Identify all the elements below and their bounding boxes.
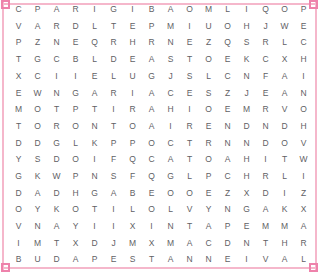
grid-cell-r1c8[interactable]: B [142, 1, 161, 18]
grid-cell-r14c5[interactable]: I [85, 218, 104, 235]
grid-cell-r12c4[interactable]: H [66, 185, 85, 202]
grid-cell-r13c10[interactable]: V [180, 201, 199, 218]
grid-cell-r3c16[interactable]: C [294, 34, 313, 51]
grid-cell-r10c5[interactable]: I [85, 151, 104, 168]
grid-cell-r11c9[interactable]: G [161, 168, 180, 185]
grid-cell-r13c9[interactable]: L [161, 201, 180, 218]
grid-cell-r11c1[interactable]: G [9, 168, 28, 185]
grid-cell-r6c8[interactable]: A [142, 84, 161, 101]
grid-cell-r7c13[interactable]: M [237, 101, 256, 118]
grid-cell-r12c11[interactable]: E [199, 185, 218, 202]
grid-cell-r5c4[interactable]: I [66, 68, 85, 85]
grid-cell-r13c15[interactable]: K [275, 201, 294, 218]
grid-cell-r1c15[interactable]: O [275, 1, 294, 18]
grid-cell-r2c8[interactable]: P [142, 18, 161, 35]
grid-cell-r16c3[interactable]: D [47, 251, 66, 268]
grid-cell-r14c14[interactable]: M [256, 218, 275, 235]
grid-cell-r7c15[interactable]: V [275, 101, 294, 118]
grid-cell-r8c16[interactable]: H [294, 118, 313, 135]
grid-cell-r13c6[interactable]: I [104, 201, 123, 218]
grid-cell-r16c4[interactable]: A [66, 251, 85, 268]
grid-cell-r9c9[interactable]: C [161, 135, 180, 152]
grid-cell-r15c16[interactable]: R [294, 235, 313, 252]
grid-cell-r6c4[interactable]: G [66, 84, 85, 101]
grid-cell-r15c1[interactable]: I [9, 235, 28, 252]
word-search-puzzle: CPARIGIBAOMLIQOPVARDLTEPMIUOHJWEPZNEQRHR… [0, 0, 320, 273]
grid-cell-r8c2[interactable]: O [28, 118, 47, 135]
grid-cell-r16c15[interactable]: A [275, 251, 294, 268]
grid-cell-r3c1[interactable]: P [9, 34, 28, 51]
grid-cell-r1c5[interactable]: I [85, 1, 104, 18]
grid-cell-r16c14[interactable]: V [256, 251, 275, 268]
grid-cell-r12c9[interactable]: O [161, 185, 180, 202]
grid-cell-r15c14[interactable]: T [256, 235, 275, 252]
grid-cell-r8c10[interactable]: R [180, 118, 199, 135]
grid-cell-r4c4[interactable]: B [66, 51, 85, 68]
grid-cell-r12c12[interactable]: Z [218, 185, 237, 202]
grid-cell-r8c4[interactable]: O [66, 118, 85, 135]
grid-cell-r12c3[interactable]: D [47, 185, 66, 202]
grid-cell-r9c2[interactable]: D [28, 135, 47, 152]
grid-cell-r8c6[interactable]: T [104, 118, 123, 135]
grid-cell-r16c11[interactable]: N [199, 251, 218, 268]
grid-cell-r11c8[interactable]: Q [142, 168, 161, 185]
grid-cell-r6c14[interactable]: E [256, 84, 275, 101]
grid-cell-r7c11[interactable]: O [199, 101, 218, 118]
grid-cell-r15c9[interactable]: M [161, 235, 180, 252]
grid-cell-r15c4[interactable]: X [66, 235, 85, 252]
grid-cell-r3c15[interactable]: L [275, 34, 294, 51]
grid-cell-r10c11[interactable]: O [199, 151, 218, 168]
grid-cell-r15c6[interactable]: J [104, 235, 123, 252]
frame-line-left [2, 2, 4, 270]
grid-cell-r12c16[interactable]: Z [294, 185, 313, 202]
grid-cell-r1c2[interactable]: P [28, 1, 47, 18]
grid-cell-r12c1[interactable]: D [9, 185, 28, 202]
grid-cell-r2c16[interactable]: E [294, 18, 313, 35]
grid-cell-r12c6[interactable]: A [104, 185, 123, 202]
grid-cell-r3c11[interactable]: Z [199, 34, 218, 51]
grid-cell-r9c14[interactable]: D [256, 135, 275, 152]
grid-cell-r15c12[interactable]: D [218, 235, 237, 252]
grid-cell-r4c10[interactable]: T [180, 51, 199, 68]
grid-cell-r12c8[interactable]: E [142, 185, 161, 202]
grid-cell-r4c3[interactable]: C [47, 51, 66, 68]
grid-cell-r1c13[interactable]: I [237, 1, 256, 18]
grid-cell-r10c15[interactable]: T [275, 151, 294, 168]
grid-cell-r3c6[interactable]: R [104, 34, 123, 51]
grid-cell-r11c2[interactable]: K [28, 168, 47, 185]
grid-cell-r10c6[interactable]: F [104, 151, 123, 168]
grid-cell-r12c10[interactable]: O [180, 185, 199, 202]
grid-cell-r14c6[interactable]: I [104, 218, 123, 235]
grid-cell-r14c8[interactable]: I [142, 218, 161, 235]
grid-cell-r8c7[interactable]: O [123, 118, 142, 135]
grid-cell-r3c7[interactable]: H [123, 34, 142, 51]
grid-cell-r1c1[interactable]: C [9, 1, 28, 18]
grid-cell-r4c9[interactable]: S [161, 51, 180, 68]
grid-cell-r6c15[interactable]: A [275, 84, 294, 101]
grid-cell-r15c7[interactable]: M [123, 235, 142, 252]
grid-cell-r3c10[interactable]: E [180, 34, 199, 51]
grid-cell-r14c16[interactable]: A [294, 218, 313, 235]
grid-cell-r4c13[interactable]: K [237, 51, 256, 68]
grid-cell-r2c9[interactable]: M [161, 18, 180, 35]
grid-cell-r10c14[interactable]: I [256, 151, 275, 168]
grid-cell-r2c6[interactable]: T [104, 18, 123, 35]
grid-cell-r3c2[interactable]: Z [28, 34, 47, 51]
grid-cell-r13c12[interactable]: N [218, 201, 237, 218]
grid-cell-r16c1[interactable]: B [9, 251, 28, 268]
grid-cell-r10c16[interactable]: W [294, 151, 313, 168]
grid-cell-r13c5[interactable]: T [85, 201, 104, 218]
grid-cell-r15c2[interactable]: M [28, 235, 47, 252]
grid-cell-r14c1[interactable]: V [9, 218, 28, 235]
grid-cell-r6c10[interactable]: E [180, 84, 199, 101]
grid-cell-r7c14[interactable]: R [256, 101, 275, 118]
grid-cell-r16c5[interactable]: P [85, 251, 104, 268]
grid-cell-r14c3[interactable]: A [47, 218, 66, 235]
grid-cell-r11c12[interactable]: C [218, 168, 237, 185]
grid-cell-r15c10[interactable]: A [180, 235, 199, 252]
grid-cell-r5c13[interactable]: N [237, 68, 256, 85]
grid-cell-r2c2[interactable]: A [28, 18, 47, 35]
grid-cell-r3c3[interactable]: N [47, 34, 66, 51]
grid-cell-r15c3[interactable]: T [47, 235, 66, 252]
grid-cell-r6c6[interactable]: R [104, 84, 123, 101]
grid-cell-r11c15[interactable]: L [275, 168, 294, 185]
grid-cell-r12c15[interactable]: I [275, 185, 294, 202]
grid-cell-r10c13[interactable]: H [237, 151, 256, 168]
grid-cell-r10c10[interactable]: T [180, 151, 199, 168]
grid-cell-r7c1[interactable]: M [9, 101, 28, 118]
grid-cell-r2c15[interactable]: W [275, 18, 294, 35]
grid-cell-r16c7[interactable]: S [123, 251, 142, 268]
grid-cell-r4c6[interactable]: D [104, 51, 123, 68]
grid-cell-r10c1[interactable]: Y [9, 151, 28, 168]
grid-cell-r16c12[interactable]: E [218, 251, 237, 268]
grid-cell-r10c2[interactable]: S [28, 151, 47, 168]
grid-cell-r3c12[interactable]: Q [218, 34, 237, 51]
grid-cell-r9c3[interactable]: G [47, 135, 66, 152]
frame-line-right [315, 2, 317, 270]
grid-cell-r5c2[interactable]: C [28, 68, 47, 85]
grid-cell-r2c5[interactable]: L [85, 18, 104, 35]
grid-cell-r13c7[interactable]: L [123, 201, 142, 218]
grid-cell-r6c16[interactable]: N [294, 84, 313, 101]
grid-cell-r10c7[interactable]: Q [123, 151, 142, 168]
grid-cell-r15c8[interactable]: X [142, 235, 161, 252]
grid-cell-r13c1[interactable]: O [9, 201, 28, 218]
grid-cell-r2c7[interactable]: E [123, 18, 142, 35]
grid-cell-r11c3[interactable]: W [47, 168, 66, 185]
grid-cell-r6c9[interactable]: C [161, 84, 180, 101]
grid-cell-r5c6[interactable]: L [104, 68, 123, 85]
grid-cell-r1c10[interactable]: O [180, 1, 199, 18]
grid-cell-r1c4[interactable]: R [66, 1, 85, 18]
grid-cell-r9c11[interactable]: R [199, 135, 218, 152]
grid-cell-r14c11[interactable]: A [199, 218, 218, 235]
grid-cell-r7c5[interactable]: T [85, 101, 104, 118]
grid-cell-r4c12[interactable]: E [218, 51, 237, 68]
grid-cell-r7c3[interactable]: T [47, 101, 66, 118]
grid-cell-r2c11[interactable]: U [199, 18, 218, 35]
grid-cell-r7c2[interactable]: O [28, 101, 47, 118]
grid-cell-r4c16[interactable]: H [294, 51, 313, 68]
grid-cell-r15c15[interactable]: H [275, 235, 294, 252]
grid-cell-r10c9[interactable]: A [161, 151, 180, 168]
grid-cell-r4c8[interactable]: A [142, 51, 161, 68]
grid-cell-r3c14[interactable]: R [256, 34, 275, 51]
grid-cell-r8c3[interactable]: R [47, 118, 66, 135]
grid-cell-r1c11[interactable]: M [199, 1, 218, 18]
grid-cell-r4c15[interactable]: X [275, 51, 294, 68]
grid-cell-r2c13[interactable]: H [237, 18, 256, 35]
grid-cell-r9c12[interactable]: N [218, 135, 237, 152]
grid-cell-r1c9[interactable]: A [161, 1, 180, 18]
grid-cell-r6c12[interactable]: Z [218, 84, 237, 101]
grid-cell-r5c7[interactable]: U [123, 68, 142, 85]
grid-cell-r9c4[interactable]: L [66, 135, 85, 152]
grid-cell-r2c10[interactable]: I [180, 18, 199, 35]
grid-cell-r16c2[interactable]: U [28, 251, 47, 268]
grid-cell-r14c7[interactable]: X [123, 218, 142, 235]
grid-cell-r14c2[interactable]: N [28, 218, 47, 235]
grid-cell-r6c2[interactable]: W [28, 84, 47, 101]
grid-cell-r11c16[interactable]: I [294, 168, 313, 185]
grid-cell-r12c13[interactable]: X [237, 185, 256, 202]
grid-cell-r1c7[interactable]: I [123, 1, 142, 18]
grid-cell-r6c13[interactable]: J [237, 84, 256, 101]
grid-cell-r4c11[interactable]: O [199, 51, 218, 68]
grid-cell-r13c11[interactable]: Y [199, 201, 218, 218]
grid-cell-r5c10[interactable]: S [180, 68, 199, 85]
grid-cell-r10c4[interactable]: O [66, 151, 85, 168]
grid-cell-r11c7[interactable]: F [123, 168, 142, 185]
grid-cell-r3c4[interactable]: E [66, 34, 85, 51]
grid-cell-r11c5[interactable]: N [85, 168, 104, 185]
grid-cell-r1c14[interactable]: Q [256, 1, 275, 18]
grid-cell-r5c15[interactable]: A [275, 68, 294, 85]
grid-cell-r8c9[interactable]: I [161, 118, 180, 135]
letter-grid: CPARIGIBAOMLIQOPVARDLTEPMIUOHJWEPZNEQRHR… [9, 1, 313, 268]
grid-cell-r8c5[interactable]: N [85, 118, 104, 135]
grid-cell-r11c11[interactable]: P [199, 168, 218, 185]
grid-cell-r2c3[interactable]: R [47, 18, 66, 35]
grid-cell-r5c3[interactable]: I [47, 68, 66, 85]
grid-cell-r14c9[interactable]: N [161, 218, 180, 235]
grid-cell-r13c16[interactable]: X [294, 201, 313, 218]
grid-cell-r11c4[interactable]: P [66, 168, 85, 185]
grid-cell-r3c9[interactable]: N [161, 34, 180, 51]
grid-cell-r9c15[interactable]: O [275, 135, 294, 152]
grid-cell-r1c16[interactable]: P [294, 1, 313, 18]
grid-cell-r8c1[interactable]: T [9, 118, 28, 135]
grid-cell-r4c7[interactable]: E [123, 51, 142, 68]
grid-cell-r8c11[interactable]: E [199, 118, 218, 135]
grid-cell-r10c3[interactable]: D [47, 151, 66, 168]
grid-cell-r13c2[interactable]: Y [28, 201, 47, 218]
grid-cell-r12c2[interactable]: A [28, 185, 47, 202]
grid-cell-r5c8[interactable]: G [142, 68, 161, 85]
grid-cell-r15c13[interactable]: N [237, 235, 256, 252]
grid-cell-r10c12[interactable]: A [218, 151, 237, 168]
grid-cell-r6c11[interactable]: S [199, 84, 218, 101]
grid-cell-r14c4[interactable]: Y [66, 218, 85, 235]
grid-cell-r2c1[interactable]: V [9, 18, 28, 35]
grid-cell-r16c10[interactable]: N [180, 251, 199, 268]
grid-cell-r11c13[interactable]: H [237, 168, 256, 185]
grid-cell-r8c13[interactable]: D [237, 118, 256, 135]
grid-cell-r1c12[interactable]: L [218, 1, 237, 18]
grid-cell-r6c7[interactable]: I [123, 84, 142, 101]
grid-cell-r3c5[interactable]: Q [85, 34, 104, 51]
grid-cell-r16c8[interactable]: T [142, 251, 161, 268]
grid-cell-r14c15[interactable]: M [275, 218, 294, 235]
grid-cell-r6c1[interactable]: E [9, 84, 28, 101]
grid-cell-r15c5[interactable]: D [85, 235, 104, 252]
grid-cell-r12c14[interactable]: D [256, 185, 275, 202]
grid-cell-r7c10[interactable]: I [180, 101, 199, 118]
grid-cell-r8c15[interactable]: D [275, 118, 294, 135]
grid-cell-r10c8[interactable]: C [142, 151, 161, 168]
grid-cell-r2c14[interactable]: J [256, 18, 275, 35]
grid-cell-r13c3[interactable]: K [47, 201, 66, 218]
grid-cell-r9c1[interactable]: D [9, 135, 28, 152]
grid-cell-r3c13[interactable]: S [237, 34, 256, 51]
grid-cell-r8c14[interactable]: N [256, 118, 275, 135]
grid-cell-r13c4[interactable]: O [66, 201, 85, 218]
grid-cell-r9c8[interactable]: O [142, 135, 161, 152]
grid-cell-r2c4[interactable]: D [66, 18, 85, 35]
grid-cell-r11c6[interactable]: S [104, 168, 123, 185]
grid-cell-r9c7[interactable]: P [123, 135, 142, 152]
grid-cell-r5c12[interactable]: C [218, 68, 237, 85]
grid-cell-r5c5[interactable]: E [85, 68, 104, 85]
grid-cell-r13c13[interactable]: G [237, 201, 256, 218]
grid-cell-r16c16[interactable]: L [294, 251, 313, 268]
grid-cell-r9c16[interactable]: V [294, 135, 313, 152]
grid-cell-r4c5[interactable]: L [85, 51, 104, 68]
grid-cell-r1c3[interactable]: A [47, 1, 66, 18]
grid-cell-r5c11[interactable]: L [199, 68, 218, 85]
grid-cell-r5c16[interactable]: I [294, 68, 313, 85]
grid-cell-r5c9[interactable]: J [161, 68, 180, 85]
grid-cell-r14c13[interactable]: E [237, 218, 256, 235]
grid-cell-r13c14[interactable]: A [256, 201, 275, 218]
grid-cell-r7c9[interactable]: H [161, 101, 180, 118]
grid-cell-r15c11[interactable]: C [199, 235, 218, 252]
grid-cell-r4c2[interactable]: G [28, 51, 47, 68]
grid-cell-r11c14[interactable]: R [256, 168, 275, 185]
grid-cell-r7c6[interactable]: I [104, 101, 123, 118]
grid-cell-r6c3[interactable]: N [47, 84, 66, 101]
grid-cell-r3c8[interactable]: R [142, 34, 161, 51]
grid-cell-r6c5[interactable]: A [85, 84, 104, 101]
grid-cell-r4c1[interactable]: T [9, 51, 28, 68]
grid-cell-r7c8[interactable]: A [142, 101, 161, 118]
grid-cell-r8c8[interactable]: A [142, 118, 161, 135]
grid-cell-r9c5[interactable]: K [85, 135, 104, 152]
grid-cell-r13c8[interactable]: O [142, 201, 161, 218]
grid-cell-r7c12[interactable]: E [218, 101, 237, 118]
grid-cell-r9c10[interactable]: T [180, 135, 199, 152]
grid-cell-r16c6[interactable]: E [104, 251, 123, 268]
grid-cell-r14c10[interactable]: T [180, 218, 199, 235]
grid-cell-r12c5[interactable]: G [85, 185, 104, 202]
grid-cell-r11c10[interactable]: L [180, 168, 199, 185]
grid-cell-r1c6[interactable]: G [104, 1, 123, 18]
grid-cell-r5c14[interactable]: F [256, 68, 275, 85]
grid-cell-r7c7[interactable]: R [123, 101, 142, 118]
grid-cell-r16c13[interactable]: I [237, 251, 256, 268]
grid-cell-r4c14[interactable]: C [256, 51, 275, 68]
grid-cell-r8c12[interactable]: N [218, 118, 237, 135]
grid-cell-r2c12[interactable]: O [218, 18, 237, 35]
grid-cell-r12c7[interactable]: B [123, 185, 142, 202]
grid-cell-r16c9[interactable]: A [161, 251, 180, 268]
grid-cell-r9c6[interactable]: P [104, 135, 123, 152]
grid-cell-r7c16[interactable]: O [294, 101, 313, 118]
grid-cell-r7c4[interactable]: P [66, 101, 85, 118]
grid-cell-r14c12[interactable]: P [218, 218, 237, 235]
grid-cell-r5c1[interactable]: X [9, 68, 28, 85]
grid-cell-r9c13[interactable]: N [237, 135, 256, 152]
